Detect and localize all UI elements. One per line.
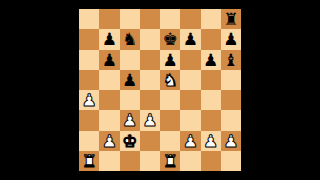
piece-black-pawn[interactable]: ♟ bbox=[203, 50, 218, 70]
square-e7[interactable]: ♚ bbox=[160, 29, 180, 49]
piece-black-pawn[interactable]: ♟ bbox=[122, 70, 137, 90]
square-g1[interactable] bbox=[201, 151, 221, 171]
piece-black-pawn[interactable]: ♟ bbox=[183, 29, 198, 49]
square-g2[interactable]: ♟ bbox=[201, 131, 221, 151]
square-h5[interactable] bbox=[221, 70, 241, 90]
square-b3[interactable] bbox=[99, 110, 119, 130]
square-c6[interactable] bbox=[120, 50, 140, 70]
square-f8[interactable] bbox=[180, 9, 200, 29]
square-d5[interactable] bbox=[140, 70, 160, 90]
piece-white-knight[interactable]: ♞ bbox=[163, 70, 178, 90]
square-f4[interactable] bbox=[180, 90, 200, 110]
square-c4[interactable] bbox=[120, 90, 140, 110]
square-e3[interactable] bbox=[160, 110, 180, 130]
piece-white-rook[interactable]: ♜ bbox=[82, 151, 97, 171]
piece-white-pawn[interactable]: ♟ bbox=[142, 110, 157, 130]
square-g6[interactable]: ♟ bbox=[201, 50, 221, 70]
piece-white-pawn[interactable]: ♟ bbox=[82, 90, 97, 110]
square-f1[interactable] bbox=[180, 151, 200, 171]
square-b4[interactable] bbox=[99, 90, 119, 110]
square-e8[interactable] bbox=[160, 9, 180, 29]
square-a3[interactable] bbox=[79, 110, 99, 130]
square-c1[interactable] bbox=[120, 151, 140, 171]
piece-black-king[interactable]: ♚ bbox=[163, 29, 178, 49]
piece-black-pawn[interactable]: ♟ bbox=[163, 50, 178, 70]
piece-white-pawn[interactable]: ♟ bbox=[102, 131, 117, 151]
piece-white-rook[interactable]: ♜ bbox=[163, 151, 178, 171]
square-f3[interactable] bbox=[180, 110, 200, 130]
square-f5[interactable] bbox=[180, 70, 200, 90]
square-h6[interactable]: ♝ bbox=[221, 50, 241, 70]
square-e6[interactable]: ♟ bbox=[160, 50, 180, 70]
piece-black-rook[interactable]: ♜ bbox=[223, 9, 238, 29]
square-a6[interactable] bbox=[79, 50, 99, 70]
chess-board: ♜♟♞♚♟♟♟♟♟♝♟♞♟♟♟♟♚♟♟♟♜♜ bbox=[79, 9, 241, 171]
square-d3[interactable]: ♟ bbox=[140, 110, 160, 130]
square-g8[interactable] bbox=[201, 9, 221, 29]
piece-black-bishop[interactable]: ♝ bbox=[223, 50, 238, 70]
piece-white-pawn[interactable]: ♟ bbox=[183, 131, 198, 151]
square-g4[interactable] bbox=[201, 90, 221, 110]
square-d1[interactable] bbox=[140, 151, 160, 171]
piece-white-pawn[interactable]: ♟ bbox=[223, 131, 238, 151]
square-g5[interactable] bbox=[201, 70, 221, 90]
piece-white-king[interactable]: ♚ bbox=[122, 131, 137, 151]
square-d4[interactable] bbox=[140, 90, 160, 110]
square-a8[interactable] bbox=[79, 9, 99, 29]
piece-white-pawn[interactable]: ♟ bbox=[122, 110, 137, 130]
square-a1[interactable]: ♜ bbox=[79, 151, 99, 171]
square-c8[interactable] bbox=[120, 9, 140, 29]
square-e4[interactable] bbox=[160, 90, 180, 110]
square-e5[interactable]: ♞ bbox=[160, 70, 180, 90]
square-e2[interactable] bbox=[160, 131, 180, 151]
square-a7[interactable] bbox=[79, 29, 99, 49]
square-b6[interactable]: ♟ bbox=[99, 50, 119, 70]
piece-black-pawn[interactable]: ♟ bbox=[102, 29, 117, 49]
square-h7[interactable]: ♟ bbox=[221, 29, 241, 49]
square-g7[interactable] bbox=[201, 29, 221, 49]
piece-black-pawn[interactable]: ♟ bbox=[102, 50, 117, 70]
square-f7[interactable]: ♟ bbox=[180, 29, 200, 49]
square-h4[interactable] bbox=[221, 90, 241, 110]
square-d8[interactable] bbox=[140, 9, 160, 29]
square-f6[interactable] bbox=[180, 50, 200, 70]
square-h3[interactable] bbox=[221, 110, 241, 130]
piece-black-pawn[interactable]: ♟ bbox=[223, 29, 238, 49]
square-b8[interactable] bbox=[99, 9, 119, 29]
piece-black-knight[interactable]: ♞ bbox=[122, 29, 137, 49]
square-d2[interactable] bbox=[140, 131, 160, 151]
square-d7[interactable] bbox=[140, 29, 160, 49]
square-b7[interactable]: ♟ bbox=[99, 29, 119, 49]
square-a2[interactable] bbox=[79, 131, 99, 151]
square-b1[interactable] bbox=[99, 151, 119, 171]
chess-diagram: ♜♟♞♚♟♟♟♟♟♝♟♞♟♟♟♟♚♟♟♟♜♜ bbox=[0, 0, 320, 180]
square-h1[interactable] bbox=[221, 151, 241, 171]
piece-white-pawn[interactable]: ♟ bbox=[203, 131, 218, 151]
square-c5[interactable]: ♟ bbox=[120, 70, 140, 90]
square-h2[interactable]: ♟ bbox=[221, 131, 241, 151]
square-c3[interactable]: ♟ bbox=[120, 110, 140, 130]
square-f2[interactable]: ♟ bbox=[180, 131, 200, 151]
square-c7[interactable]: ♞ bbox=[120, 29, 140, 49]
square-e1[interactable]: ♜ bbox=[160, 151, 180, 171]
square-b5[interactable] bbox=[99, 70, 119, 90]
square-a5[interactable] bbox=[79, 70, 99, 90]
square-h8[interactable]: ♜ bbox=[221, 9, 241, 29]
square-a4[interactable]: ♟ bbox=[79, 90, 99, 110]
square-c2[interactable]: ♚ bbox=[120, 131, 140, 151]
square-d6[interactable] bbox=[140, 50, 160, 70]
square-g3[interactable] bbox=[201, 110, 221, 130]
square-b2[interactable]: ♟ bbox=[99, 131, 119, 151]
